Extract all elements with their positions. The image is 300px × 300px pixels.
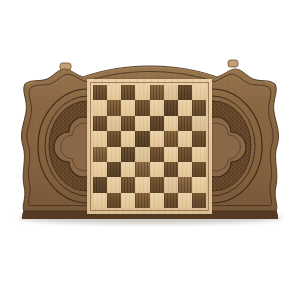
square-h5[interactable] — [192, 131, 206, 146]
square-g8[interactable] — [178, 85, 192, 100]
square-g1[interactable] — [178, 193, 192, 208]
square-c4[interactable] — [121, 147, 135, 162]
square-c7[interactable] — [121, 100, 135, 115]
square-g4[interactable] — [178, 147, 192, 162]
square-f6[interactable] — [164, 116, 178, 131]
square-g7[interactable] — [178, 100, 192, 115]
square-a4[interactable] — [93, 147, 107, 162]
product-photo-backgammon-chess-case — [0, 0, 300, 300]
square-d3[interactable] — [135, 162, 149, 177]
chess-board — [93, 85, 206, 208]
square-e1[interactable] — [150, 193, 164, 208]
square-b1[interactable] — [107, 193, 121, 208]
square-d5[interactable] — [135, 131, 149, 146]
square-a1[interactable] — [93, 193, 107, 208]
square-e7[interactable] — [150, 100, 164, 115]
square-a8[interactable] — [93, 85, 107, 100]
square-d4[interactable] — [135, 147, 149, 162]
square-f1[interactable] — [164, 193, 178, 208]
square-e4[interactable] — [150, 147, 164, 162]
square-g3[interactable] — [178, 162, 192, 177]
square-b4[interactable] — [107, 147, 121, 162]
square-a3[interactable] — [93, 162, 107, 177]
square-b8[interactable] — [107, 85, 121, 100]
square-e6[interactable] — [150, 116, 164, 131]
square-e5[interactable] — [150, 131, 164, 146]
square-f4[interactable] — [164, 147, 178, 162]
square-b5[interactable] — [107, 131, 121, 146]
square-d7[interactable] — [135, 100, 149, 115]
square-b3[interactable] — [107, 162, 121, 177]
square-h3[interactable] — [192, 162, 206, 177]
square-f2[interactable] — [164, 177, 178, 192]
square-h8[interactable] — [192, 85, 206, 100]
square-e3[interactable] — [150, 162, 164, 177]
square-g2[interactable] — [178, 177, 192, 192]
square-b2[interactable] — [107, 177, 121, 192]
square-g6[interactable] — [178, 116, 192, 131]
square-h7[interactable] — [192, 100, 206, 115]
square-b6[interactable] — [107, 116, 121, 131]
square-g5[interactable] — [178, 131, 192, 146]
square-e8[interactable] — [150, 85, 164, 100]
square-f3[interactable] — [164, 162, 178, 177]
square-c6[interactable] — [121, 116, 135, 131]
square-d6[interactable] — [135, 116, 149, 131]
square-f5[interactable] — [164, 131, 178, 146]
square-a2[interactable] — [93, 177, 107, 192]
chessboard-panel — [87, 79, 212, 214]
square-a7[interactable] — [93, 100, 107, 115]
square-f8[interactable] — [164, 85, 178, 100]
square-h1[interactable] — [192, 193, 206, 208]
square-a6[interactable] — [93, 116, 107, 131]
square-d2[interactable] — [135, 177, 149, 192]
square-b7[interactable] — [107, 100, 121, 115]
square-h2[interactable] — [192, 177, 206, 192]
square-d8[interactable] — [135, 85, 149, 100]
square-h4[interactable] — [192, 147, 206, 162]
square-e2[interactable] — [150, 177, 164, 192]
square-c3[interactable] — [121, 162, 135, 177]
square-c5[interactable] — [121, 131, 135, 146]
square-c1[interactable] — [121, 193, 135, 208]
square-d1[interactable] — [135, 193, 149, 208]
square-c2[interactable] — [121, 177, 135, 192]
square-h6[interactable] — [192, 116, 206, 131]
square-c8[interactable] — [121, 85, 135, 100]
square-f7[interactable] — [164, 100, 178, 115]
square-a5[interactable] — [93, 131, 107, 146]
